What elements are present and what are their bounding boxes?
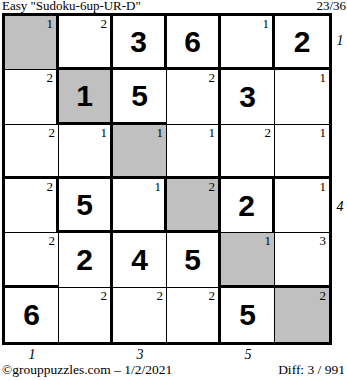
cell-r4c3[interactable]: 1 [113,179,167,233]
cell-digit: 5 [239,300,256,330]
cell-digit: 2 [294,27,311,57]
pencil-mark: 2 [320,288,327,303]
col-label-3: 3 [130,347,150,362]
cell-r5c5[interactable]: 1 [221,233,275,287]
cell-r3c2[interactable]: 1 [59,125,113,179]
cell-r5c2[interactable]: 2 [59,233,113,287]
cell-r6c3[interactable]: 2 [113,288,167,342]
cell-r2c5[interactable]: 3 [221,70,275,124]
cell-r2c4[interactable]: 2 [167,70,221,124]
cell-r5c3[interactable]: 4 [113,233,167,287]
pencil-mark: 2 [47,179,54,194]
pencil-mark: 1 [155,179,162,194]
pencil-mark: 1 [157,125,164,140]
cell-digit: 6 [184,27,201,57]
pencil-mark: 1 [265,233,272,248]
cell-r3c6[interactable]: 1 [275,125,329,179]
pencil-mark: 2 [101,288,108,303]
pencil-mark: 2 [209,179,216,194]
pencil-mark: 2 [47,70,54,85]
cell-r6c1[interactable]: 6 [5,288,59,342]
cell-r5c4[interactable]: 5 [167,233,221,287]
cell-digit: 5 [184,245,201,275]
cell-r1c2[interactable]: 2 [59,16,113,70]
cell-digit: 6 [23,300,40,330]
cell-r6c4[interactable]: 2 [167,288,221,342]
pencil-mark: 1 [320,125,327,140]
pencil-mark: 1 [320,70,327,85]
header: Easy "Sudoku-6up-UR-D" 23/36 [2,0,346,13]
cell-r6c2[interactable]: 2 [59,288,113,342]
cell-r3c1[interactable]: 2 [5,125,59,179]
puzzle-page: Easy "Sudoku-6up-UR-D" 23/36 1 2 3 6 1 2… [0,0,347,381]
cell-digit: 5 [131,81,148,111]
sudoku-grid: 1 2 3 6 1 2 2 1 5 2 3 1 2 1 1 1 2 1 2 5 … [5,16,329,342]
cell-r4c2[interactable]: 5 [59,179,113,233]
cell-r6c6[interactable]: 2 [275,288,329,342]
footer: ©grouppuzzles.com – 1/2/2021 Diff: 3 / 9… [2,362,345,377]
cell-digit: 2 [238,191,255,221]
cell-digit: 2 [76,245,93,275]
cell-r2c2[interactable]: 1 [59,70,113,124]
cell-r3c5[interactable]: 2 [221,125,275,179]
pencil-mark: 1 [101,125,108,140]
cell-digit: 1 [76,81,93,111]
cell-digit: 3 [239,82,256,112]
cell-r3c3[interactable]: 1 [113,125,167,179]
sudoku-board: 1 2 3 6 1 2 2 1 5 2 3 1 2 1 1 1 2 1 2 5 … [2,13,332,345]
pencil-mark: 2 [49,125,56,140]
pencil-mark: 1 [263,16,270,31]
cell-r2c6[interactable]: 1 [275,70,329,124]
pencil-mark: 3 [320,233,327,248]
cell-r4c5[interactable]: 2 [221,179,275,233]
pencil-mark: 1 [320,179,327,194]
col-label-1: 1 [22,347,42,362]
pencil-mark: 2 [209,70,216,85]
row-label-1: 1 [333,33,347,48]
cell-r1c5[interactable]: 1 [221,16,275,70]
cell-r1c3[interactable]: 3 [113,16,167,70]
pencil-mark: 2 [101,16,108,31]
cell-r5c1[interactable]: 2 [5,233,59,287]
cell-r1c6[interactable]: 2 [275,16,329,70]
cell-r1c4[interactable]: 6 [167,16,221,70]
row-label-4: 4 [333,199,347,214]
cell-digit: 4 [131,245,148,275]
difficulty-text: Diff: 3 / 991 [278,362,345,377]
cell-digit: 3 [130,27,147,57]
cell-r1c1[interactable]: 1 [5,16,59,70]
cell-r4c1[interactable]: 2 [5,179,59,233]
cell-r5c6[interactable]: 3 [275,233,329,287]
pencil-mark: 1 [209,125,216,140]
pencil-mark: 2 [209,288,216,303]
progress-counter: 23/36 [316,0,346,13]
puzzle-title: Easy "Sudoku-6up-UR-D" [2,0,141,13]
cell-r4c6[interactable]: 1 [275,179,329,233]
col-label-5: 5 [238,347,258,362]
pencil-mark: 2 [157,288,164,303]
cell-r3c4[interactable]: 1 [167,125,221,179]
cell-r2c1[interactable]: 2 [5,70,59,124]
cell-r2c3[interactable]: 5 [113,70,167,124]
copyright-text: ©grouppuzzles.com – 1/2/2021 [2,362,172,377]
pencil-mark: 2 [49,233,56,248]
pencil-mark: 2 [265,125,272,140]
cell-digit: 5 [76,190,93,220]
pencil-mark: 1 [47,16,54,31]
cell-r6c5[interactable]: 5 [221,288,275,342]
cell-r4c4[interactable]: 2 [167,179,221,233]
